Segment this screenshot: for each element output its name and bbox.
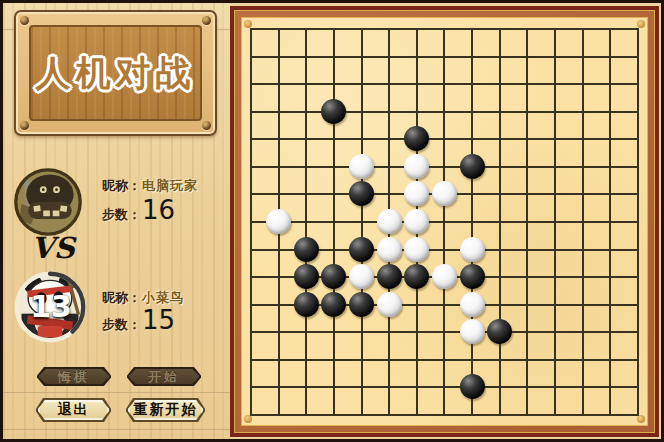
stone-black (349, 237, 374, 262)
title-plaque: 人机对战 (14, 10, 217, 136)
computer-avatar (12, 166, 84, 238)
wood-seam (3, 392, 230, 394)
robot-monster-icon (12, 166, 84, 238)
screw-icon (202, 16, 211, 25)
p1-moves-label: 步数： (102, 206, 141, 224)
game-window: 人机对战 (0, 0, 664, 442)
stone-white (432, 181, 457, 206)
board-inner-area (241, 17, 648, 426)
stone-white (432, 264, 457, 289)
start-button[interactable]: 开始 (127, 367, 201, 386)
stone-black (377, 264, 402, 289)
stone-white (349, 154, 374, 179)
restart-button[interactable]: 重新开始 (126, 398, 205, 422)
stone-black (460, 264, 485, 289)
stone-black (294, 292, 319, 317)
stone-white (377, 292, 402, 317)
p1-moves-value: 16 (142, 195, 175, 225)
p2-moves-value: 15 (142, 305, 175, 335)
board-frame-orange (235, 11, 654, 432)
stone-white (404, 209, 429, 234)
stone-black (460, 374, 485, 399)
stone-black (487, 319, 512, 344)
sidebar: 人机对战 (3, 3, 230, 439)
stone-black (294, 237, 319, 262)
exit-button[interactable]: 退出 (36, 398, 111, 422)
corner-ornament-icon (244, 415, 252, 423)
countdown-timer: 13 (27, 289, 75, 324)
stone-black (404, 264, 429, 289)
stone-black (321, 99, 346, 124)
stone-black (349, 181, 374, 206)
undo-button[interactable]: 悔棋 (37, 367, 111, 386)
plaque-panel: 人机对战 (29, 25, 202, 121)
stone-black (404, 126, 429, 151)
p1-nickname-value: 电脑玩家 (142, 177, 198, 195)
p2-nickname-label: 昵称： (102, 289, 141, 307)
screw-icon (20, 121, 29, 130)
board-frame (230, 6, 659, 437)
screw-icon (202, 121, 211, 130)
board-frame-gold (234, 10, 655, 433)
wood-seam (3, 429, 230, 431)
stone-white (349, 264, 374, 289)
stone-white (377, 209, 402, 234)
stone-black (349, 292, 374, 317)
stone-white (404, 154, 429, 179)
p2-moves-label: 步数： (102, 316, 141, 334)
screw-icon (20, 16, 29, 25)
goban-grid[interactable] (250, 28, 639, 416)
stone-black (321, 264, 346, 289)
stone-white (404, 237, 429, 262)
vs-label: VS (21, 231, 85, 265)
corner-ornament-icon (637, 415, 645, 423)
stone-white (460, 237, 485, 262)
page-title: 人机对战 (36, 50, 196, 97)
stone-white (377, 237, 402, 262)
stone-white (460, 292, 485, 317)
stone-black (460, 154, 485, 179)
stone-white (404, 181, 429, 206)
stone-black (294, 264, 319, 289)
stone-white (460, 319, 485, 344)
stone-black (321, 292, 346, 317)
stone-white (266, 209, 291, 234)
p1-nickname-label: 昵称： (102, 177, 141, 195)
